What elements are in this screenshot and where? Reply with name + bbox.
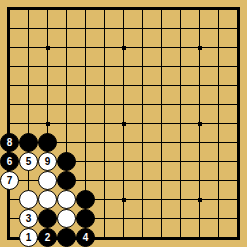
move-number: 8	[7, 138, 13, 148]
black-stone	[57, 152, 76, 171]
black-stone	[57, 171, 76, 190]
move-number: 6	[7, 157, 13, 167]
black-stone: 6	[0, 152, 19, 171]
black-stone: 2	[38, 228, 57, 247]
star-point	[198, 122, 202, 126]
black-stone	[38, 133, 57, 152]
move-number: 7	[7, 176, 13, 186]
white-stone: 7	[0, 171, 19, 190]
white-stone: 9	[38, 152, 57, 171]
star-point	[122, 198, 126, 202]
star-point	[198, 46, 202, 50]
black-stone	[76, 209, 95, 228]
white-stone	[57, 190, 76, 209]
move-number: 5	[26, 157, 32, 167]
black-stone	[57, 228, 76, 247]
star-point	[46, 122, 50, 126]
white-stone	[57, 209, 76, 228]
move-number: 9	[45, 157, 51, 167]
white-stone	[38, 171, 57, 190]
move-number: 2	[45, 233, 51, 243]
move-number: 3	[26, 214, 32, 224]
move-number: 4	[83, 233, 89, 243]
black-stone	[38, 209, 57, 228]
black-stone: 8	[0, 133, 19, 152]
black-stone: 4	[76, 228, 95, 247]
white-stone	[19, 190, 38, 209]
black-stone	[19, 133, 38, 152]
white-stone	[38, 190, 57, 209]
white-stone: 3	[19, 209, 38, 228]
star-point	[122, 46, 126, 50]
star-point	[198, 198, 202, 202]
go-board: 865973124	[0, 0, 247, 247]
move-number: 1	[26, 233, 32, 243]
star-point	[46, 46, 50, 50]
black-stone	[76, 190, 95, 209]
white-stone: 1	[19, 228, 38, 247]
white-stone: 5	[19, 152, 38, 171]
star-point	[122, 122, 126, 126]
